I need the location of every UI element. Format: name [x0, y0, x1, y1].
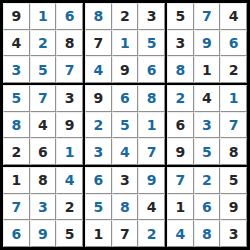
sudoku-box: 916428357 [2, 2, 84, 84]
sudoku-cell-r7c1[interactable]: 1 [3, 167, 30, 194]
sudoku-cell-r8c3[interactable]: 2 [56, 194, 83, 221]
sudoku-cell-r4c3[interactable]: 3 [56, 85, 83, 112]
sudoku-cell-r5c4[interactable]: 2 [85, 112, 112, 139]
sudoku-box: 241637958 [166, 84, 248, 166]
sudoku-cell-r3c6[interactable]: 6 [138, 56, 165, 83]
sudoku-cell-r7c8[interactable]: 2 [194, 167, 221, 194]
sudoku-cell-r7c9[interactable]: 5 [220, 167, 247, 194]
sudoku-cell-r9c2[interactable]: 9 [30, 220, 57, 247]
sudoku-cell-r3c3[interactable]: 7 [56, 56, 83, 83]
sudoku-cell-r4c4[interactable]: 9 [85, 85, 112, 112]
sudoku-cell-r2c8[interactable]: 9 [194, 30, 221, 57]
sudoku-cell-r4c6[interactable]: 8 [138, 85, 165, 112]
sudoku-cell-r4c5[interactable]: 6 [112, 85, 139, 112]
sudoku-cell-r1c6[interactable]: 3 [138, 3, 165, 30]
sudoku-cell-r3c9[interactable]: 2 [220, 56, 247, 83]
sudoku-cell-r5c1[interactable]: 8 [3, 112, 30, 139]
sudoku-cell-r2c9[interactable]: 6 [220, 30, 247, 57]
sudoku-cell-r6c2[interactable]: 6 [30, 138, 57, 165]
sudoku-cell-r2c3[interactable]: 8 [56, 30, 83, 57]
sudoku-cell-r6c3[interactable]: 1 [56, 138, 83, 165]
sudoku-cell-r5c7[interactable]: 6 [167, 112, 194, 139]
sudoku-cell-r8c6[interactable]: 4 [138, 194, 165, 221]
sudoku-cell-r7c2[interactable]: 8 [30, 167, 57, 194]
sudoku-cell-r6c7[interactable]: 9 [167, 138, 194, 165]
sudoku-box: 574396812 [166, 2, 248, 84]
sudoku-cell-r7c7[interactable]: 7 [167, 167, 194, 194]
sudoku-box: 184732695 [2, 166, 84, 248]
sudoku-cell-r8c5[interactable]: 8 [112, 194, 139, 221]
sudoku-cell-r8c1[interactable]: 7 [3, 194, 30, 221]
sudoku-cell-r7c5[interactable]: 3 [112, 167, 139, 194]
sudoku-cell-r9c4[interactable]: 1 [85, 220, 112, 247]
sudoku-cell-r9c6[interactable]: 2 [138, 220, 165, 247]
sudoku-cell-r8c4[interactable]: 5 [85, 194, 112, 221]
sudoku-cell-r9c8[interactable]: 8 [194, 220, 221, 247]
sudoku-cell-r3c8[interactable]: 1 [194, 56, 221, 83]
sudoku-cell-r2c5[interactable]: 1 [112, 30, 139, 57]
sudoku-cell-r1c4[interactable]: 8 [85, 3, 112, 30]
sudoku-board: 9164283578237154965743968125738492619682… [0, 0, 250, 250]
sudoku-cell-r8c9[interactable]: 9 [220, 194, 247, 221]
sudoku-cell-r1c7[interactable]: 5 [167, 3, 194, 30]
sudoku-cell-r4c1[interactable]: 5 [3, 85, 30, 112]
sudoku-cell-r5c8[interactable]: 3 [194, 112, 221, 139]
sudoku-cell-r2c4[interactable]: 7 [85, 30, 112, 57]
sudoku-cell-r2c7[interactable]: 3 [167, 30, 194, 57]
sudoku-cell-r4c2[interactable]: 7 [30, 85, 57, 112]
sudoku-cell-r5c2[interactable]: 4 [30, 112, 57, 139]
sudoku-cell-r6c4[interactable]: 3 [85, 138, 112, 165]
sudoku-cell-r6c5[interactable]: 4 [112, 138, 139, 165]
sudoku-cell-r6c9[interactable]: 8 [220, 138, 247, 165]
sudoku-cell-r1c5[interactable]: 2 [112, 3, 139, 30]
sudoku-cell-r7c6[interactable]: 9 [138, 167, 165, 194]
sudoku-cell-r9c9[interactable]: 3 [220, 220, 247, 247]
sudoku-cell-r4c9[interactable]: 1 [220, 85, 247, 112]
sudoku-cell-r3c5[interactable]: 9 [112, 56, 139, 83]
sudoku-cell-r1c8[interactable]: 7 [194, 3, 221, 30]
sudoku-cell-r1c9[interactable]: 4 [220, 3, 247, 30]
sudoku-cell-r8c7[interactable]: 1 [167, 194, 194, 221]
sudoku-cell-r6c1[interactable]: 2 [3, 138, 30, 165]
sudoku-box: 725169483 [166, 166, 248, 248]
sudoku-cell-r2c1[interactable]: 4 [3, 30, 30, 57]
sudoku-cell-r7c4[interactable]: 6 [85, 167, 112, 194]
sudoku-box: 573849261 [2, 84, 84, 166]
sudoku-cell-r3c1[interactable]: 3 [3, 56, 30, 83]
sudoku-cell-r5c5[interactable]: 5 [112, 112, 139, 139]
sudoku-cell-r3c7[interactable]: 8 [167, 56, 194, 83]
sudoku-cell-r5c3[interactable]: 9 [56, 112, 83, 139]
sudoku-cell-r9c7[interactable]: 4 [167, 220, 194, 247]
sudoku-cell-r1c3[interactable]: 6 [56, 3, 83, 30]
sudoku-cell-r1c1[interactable]: 9 [3, 3, 30, 30]
sudoku-cell-r2c2[interactable]: 2 [30, 30, 57, 57]
sudoku-box: 968251347 [84, 84, 166, 166]
sudoku-cell-r6c6[interactable]: 7 [138, 138, 165, 165]
sudoku-cell-r4c7[interactable]: 2 [167, 85, 194, 112]
sudoku-box: 823715496 [84, 2, 166, 84]
sudoku-cell-r3c2[interactable]: 5 [30, 56, 57, 83]
sudoku-cell-r9c1[interactable]: 6 [3, 220, 30, 247]
sudoku-cell-r9c3[interactable]: 5 [56, 220, 83, 247]
sudoku-cell-r3c4[interactable]: 4 [85, 56, 112, 83]
sudoku-cell-r2c6[interactable]: 5 [138, 30, 165, 57]
sudoku-box: 639584172 [84, 166, 166, 248]
sudoku-cell-r9c5[interactable]: 7 [112, 220, 139, 247]
sudoku-cell-r1c2[interactable]: 1 [30, 3, 57, 30]
sudoku-cell-r8c2[interactable]: 3 [30, 194, 57, 221]
sudoku-cell-r8c8[interactable]: 6 [194, 194, 221, 221]
sudoku-cell-r5c6[interactable]: 1 [138, 112, 165, 139]
sudoku-cell-r5c9[interactable]: 7 [220, 112, 247, 139]
sudoku-cell-r6c8[interactable]: 5 [194, 138, 221, 165]
sudoku-cell-r4c8[interactable]: 4 [194, 85, 221, 112]
sudoku-cell-r7c3[interactable]: 4 [56, 167, 83, 194]
